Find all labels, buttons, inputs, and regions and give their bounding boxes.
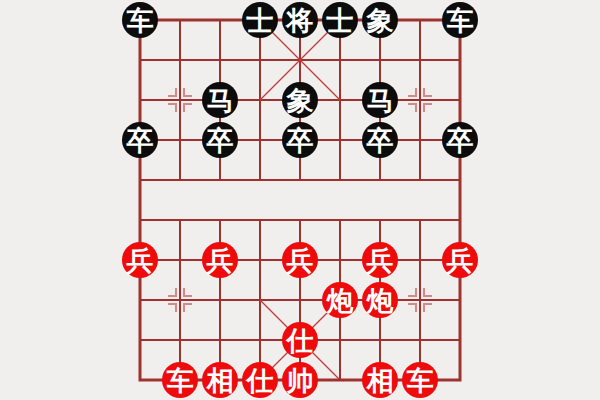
black-general-e10[interactable]: 将	[282, 2, 318, 38]
red-soldier-c4[interactable]: 兵	[202, 242, 238, 278]
red-elephant-g1[interactable]: 相	[362, 362, 398, 398]
black-chariot-i10[interactable]: 车	[442, 2, 478, 38]
black-elephant-g10[interactable]: 象	[362, 2, 398, 38]
red-elephant-c1[interactable]: 相	[202, 362, 238, 398]
red-soldier-i4[interactable]: 兵	[442, 242, 478, 278]
red-cannon-g3[interactable]: 炮	[362, 282, 398, 318]
black-elephant-e8[interactable]: 象	[282, 82, 318, 118]
black-horse-g8[interactable]: 马	[362, 82, 398, 118]
black-soldier-a7[interactable]: 卒	[122, 122, 158, 158]
red-advisor-e2[interactable]: 仕	[282, 322, 318, 358]
red-advisor-d1[interactable]: 仕	[242, 362, 278, 398]
red-chariot-h1[interactable]: 车	[402, 362, 438, 398]
black-soldier-e7[interactable]: 卒	[282, 122, 318, 158]
black-chariot-a10[interactable]: 车	[122, 2, 158, 38]
board-points: 车士将士象车马象马卒卒卒卒卒兵兵兵兵兵炮炮仕车相仕帅相车	[120, 0, 480, 400]
black-horse-c8[interactable]: 马	[202, 82, 238, 118]
red-soldier-g4[interactable]: 兵	[362, 242, 398, 278]
xiangqi-board-screenshot: 车士将士象车马象马卒卒卒卒卒兵兵兵兵兵炮炮仕车相仕帅相车	[0, 0, 600, 400]
black-soldier-c7[interactable]: 卒	[202, 122, 238, 158]
red-cannon-f3[interactable]: 炮	[322, 282, 358, 318]
black-advisor-f10[interactable]: 士	[322, 2, 358, 38]
red-soldier-e4[interactable]: 兵	[282, 242, 318, 278]
black-soldier-i7[interactable]: 卒	[442, 122, 478, 158]
black-advisor-d10[interactable]: 士	[242, 2, 278, 38]
black-soldier-g7[interactable]: 卒	[362, 122, 398, 158]
red-chariot-b1[interactable]: 车	[162, 362, 198, 398]
red-general-e1[interactable]: 帅	[282, 362, 318, 398]
red-soldier-a4[interactable]: 兵	[122, 242, 158, 278]
